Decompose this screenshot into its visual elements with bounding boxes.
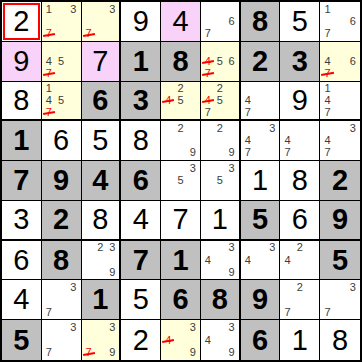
pencil-slot-empty	[254, 147, 266, 159]
pencil-slot-empty	[226, 83, 238, 95]
cell-r5c6[interactable]: 35	[201, 161, 241, 201]
pencil-slot-empty	[214, 266, 226, 278]
given-digit: 1	[82, 280, 120, 319]
pencil-mark-5: 5	[55, 94, 67, 106]
pencil-slot-empty	[254, 94, 266, 106]
pencil-slot-empty	[214, 334, 226, 347]
pencil-slot-empty	[67, 43, 79, 55]
pencil-mark-7: 7	[321, 106, 334, 118]
pencil-slot-empty	[187, 135, 199, 147]
pencil-mark-4: 4	[202, 254, 214, 266]
pencil-slot-empty	[294, 294, 306, 306]
cell-r1c8[interactable]: 5	[280, 2, 320, 42]
cell-r8c8[interactable]: 27	[280, 280, 320, 320]
pencil-slot-empty	[174, 147, 186, 159]
cell-r8c3[interactable]: 1	[82, 280, 122, 320]
pencil-slot-empty	[55, 15, 67, 27]
pencil-mark-3: 3	[67, 3, 79, 15]
pencil-slot-empty	[214, 43, 226, 55]
pencil-mark-3: 3	[187, 321, 199, 334]
pencil-marks: 37	[321, 281, 359, 318]
cell-r2c9[interactable]: 467	[320, 42, 360, 82]
solved-digit: 8	[280, 161, 319, 200]
pencil-slot-empty	[55, 28, 67, 40]
cell-r4c8[interactable]: 47	[280, 121, 320, 161]
cell-r3c7[interactable]: 47	[241, 82, 281, 122]
pencil-slot-empty	[214, 187, 226, 199]
pencil-slot-empty	[106, 334, 118, 347]
pencil-mark-5: 5	[174, 174, 186, 186]
pencil-marks: 67	[202, 3, 238, 40]
cell-r1c2[interactable]: 137	[42, 2, 82, 42]
solved-digit: 5	[82, 121, 120, 160]
solved-digit: 1	[241, 161, 280, 200]
solved-digit: 5	[280, 2, 319, 41]
pencil-slot-empty	[187, 106, 199, 118]
pencil-slot-empty	[306, 135, 318, 147]
pencil-slot-empty	[94, 266, 106, 278]
pencil-slot-empty	[67, 294, 79, 306]
pencil-slot-empty	[83, 242, 95, 254]
pencil-marks: 29	[162, 122, 199, 159]
cell-r4c5[interactable]: 29	[161, 121, 201, 161]
pencil-mark-9: 9	[187, 147, 199, 159]
pencil-slot-empty	[67, 334, 79, 347]
cell-r9c3[interactable]: 379	[82, 320, 122, 360]
pencil-slot-empty	[106, 15, 118, 27]
pencil-mark-2: 2	[174, 122, 186, 134]
cell-r1c7[interactable]: 8	[241, 2, 281, 42]
pencil-marks: 35	[162, 162, 199, 199]
pencil-slot-empty	[162, 106, 174, 118]
cell-r3c5[interactable]: 245	[161, 82, 201, 122]
pencil-slot-empty	[187, 174, 199, 186]
pencil-mark-4: 4	[321, 135, 334, 147]
pencil-slot-empty	[174, 135, 186, 147]
cell-r8c9[interactable]: 37	[320, 280, 360, 320]
pencil-slot-empty	[202, 147, 214, 159]
cell-r2c7[interactable]: 2	[241, 42, 281, 82]
pencil-slot-empty	[202, 266, 214, 278]
given-digit: 5	[2, 320, 41, 360]
cell-r1c3[interactable]: 37	[82, 2, 122, 42]
pencil-slot-empty	[306, 281, 318, 293]
pencil-mark-4: 4	[242, 94, 254, 106]
pencil-slot-empty	[106, 28, 118, 40]
cell-r9c7[interactable]: 6	[241, 320, 281, 360]
cell-r5c7[interactable]: 1	[241, 161, 281, 201]
pencil-marks: 467	[321, 43, 359, 80]
pencil-slot-empty	[321, 281, 334, 293]
pencil-slot-empty	[67, 67, 79, 79]
pencil-mark-3: 3	[346, 281, 359, 293]
pencil-mark-3: 3	[106, 321, 118, 334]
eliminated-pencil-mark-4: 4	[162, 94, 174, 106]
pencil-mark-3: 3	[346, 122, 359, 134]
pencil-slot-empty	[83, 266, 95, 278]
pencil-mark-3: 3	[266, 242, 278, 254]
pencil-mark-3: 3	[266, 122, 278, 134]
given-digit: 2	[241, 42, 280, 81]
pencil-slot-empty	[214, 147, 226, 159]
pencil-slot-empty	[306, 266, 318, 278]
pencil-slot-empty	[202, 15, 214, 27]
pencil-slot-empty	[346, 83, 359, 95]
pencil-slot-empty	[174, 187, 186, 199]
pencil-slot-empty	[294, 306, 306, 318]
solved-digit: 4	[2, 280, 41, 319]
pencil-slot-empty	[334, 3, 347, 15]
eliminated-pencil-mark-4: 4	[162, 334, 174, 347]
pencil-slot-empty	[346, 294, 359, 306]
pencil-slot-empty	[67, 28, 79, 40]
given-digit: 9	[42, 161, 81, 200]
pencil-marks: 245	[162, 83, 199, 119]
pencil-slot-empty	[306, 306, 318, 318]
cell-r7c9[interactable]: 5	[320, 241, 360, 281]
pencil-slot-empty	[346, 106, 359, 118]
pencil-mark-2: 2	[174, 83, 186, 95]
pencil-slot-empty	[174, 346, 186, 359]
cell-r7c5[interactable]: 1	[161, 241, 201, 281]
pencil-slot-empty	[94, 15, 106, 27]
pencil-slot-empty	[67, 346, 79, 359]
cell-r6c9[interactable]: 9	[320, 201, 360, 241]
given-digit: 5	[320, 241, 360, 280]
pencil-slot-empty	[202, 135, 214, 147]
cell-r8c4[interactable]: 5	[121, 280, 161, 320]
pencil-marks: 27	[281, 281, 318, 318]
pencil-slot-empty	[306, 122, 318, 134]
pencil-slot-empty	[242, 122, 254, 134]
pencil-slot-empty	[254, 135, 266, 147]
cell-r5c1[interactable]: 7	[2, 161, 42, 201]
cell-r2c1[interactable]: 9	[2, 42, 42, 82]
cell-r3c2[interactable]: 1457	[42, 82, 82, 122]
cell-r4c7[interactable]: 347	[241, 121, 281, 161]
cell-r3c9[interactable]: 147	[320, 82, 360, 122]
pencil-slot-empty	[67, 106, 79, 118]
pencil-slot-empty	[226, 28, 238, 40]
cell-r7c7[interactable]: 34	[241, 241, 281, 281]
pencil-mark-5: 5	[55, 55, 67, 67]
pencil-mark-4: 4	[202, 334, 214, 347]
pencil-slot-empty	[55, 281, 67, 293]
pencil-marks: 47	[281, 122, 318, 159]
cell-r5c4[interactable]: 6	[121, 161, 161, 201]
given-digit: 6	[121, 161, 160, 200]
pencil-slot-empty	[202, 43, 214, 55]
given-digit: 7	[121, 241, 160, 280]
cell-r7c3[interactable]: 239	[82, 241, 122, 281]
solved-digit: 9	[121, 2, 160, 41]
cell-r9c4[interactable]: 2	[121, 320, 161, 360]
pencil-marks: 47	[242, 83, 279, 119]
eliminated-pencil-mark-7: 7	[43, 67, 55, 79]
cell-r3c1[interactable]: 8	[2, 82, 42, 122]
pencil-slot-empty	[334, 28, 347, 40]
eliminated-pencil-mark-7: 7	[202, 67, 214, 79]
cell-r3c8[interactable]: 9	[280, 82, 320, 122]
pencil-marks: 457	[43, 43, 80, 80]
pencil-mark-9: 9	[226, 266, 238, 278]
pencil-marks: 239	[83, 242, 119, 279]
eliminated-pencil-mark-4: 4	[202, 55, 214, 67]
pencil-slot-empty	[202, 122, 214, 134]
pencil-slot-empty	[334, 67, 347, 79]
eliminated-pencil-mark-7: 7	[83, 28, 95, 40]
pencil-mark-7: 7	[321, 306, 334, 318]
pencil-mark-7: 7	[281, 147, 293, 159]
pencil-slot-empty	[334, 294, 347, 306]
cell-r8c1[interactable]: 4	[2, 280, 42, 320]
pencil-slot-empty	[321, 43, 334, 55]
pencil-slot-empty	[254, 83, 266, 95]
pencil-slot-empty	[226, 43, 238, 55]
cell-r4c6[interactable]: 29	[201, 121, 241, 161]
pencil-mark-3: 3	[226, 242, 238, 254]
pencil-slot-empty	[43, 281, 55, 293]
cell-r7c4[interactable]: 7	[121, 241, 161, 281]
pencil-marks: 34	[242, 242, 279, 279]
pencil-slot-empty	[226, 254, 238, 266]
eliminated-pencil-mark-4: 4	[202, 94, 214, 106]
pencil-mark-5: 5	[214, 174, 226, 186]
cell-r9c9[interactable]: 8	[320, 320, 360, 360]
solved-digit: 8	[121, 121, 160, 160]
pencil-slot-empty	[174, 334, 186, 347]
cell-r7c6[interactable]: 349	[201, 241, 241, 281]
pencil-slot-empty	[174, 321, 186, 334]
pencil-slot-empty	[43, 334, 55, 347]
cell-r5c8[interactable]: 8	[280, 161, 320, 201]
cell-r5c2[interactable]: 9	[42, 161, 82, 201]
pencil-slot-empty	[346, 3, 359, 15]
pencil-slot-empty	[187, 334, 199, 347]
cell-r1c9[interactable]: 167	[320, 2, 360, 42]
cell-r6c4[interactable]: 4	[121, 201, 161, 241]
pencil-mark-1: 1	[43, 3, 55, 15]
pencil-slot-empty	[294, 147, 306, 159]
cell-r4c9[interactable]: 347	[320, 121, 360, 161]
given-digit: 6	[82, 82, 120, 120]
pencil-marks: 167	[321, 3, 359, 40]
pencil-slot-empty	[226, 122, 238, 134]
cell-r3c4[interactable]: 3	[121, 82, 161, 122]
eliminated-pencil-mark-7: 7	[83, 346, 95, 359]
pencil-mark-9: 9	[106, 266, 118, 278]
cell-r6c1[interactable]: 3	[2, 201, 42, 241]
cell-r4c4[interactable]: 8	[121, 121, 161, 161]
cell-r1c5[interactable]: 4	[161, 2, 201, 42]
cell-r6c7[interactable]: 5	[241, 201, 281, 241]
given-digit: 9	[320, 201, 360, 239]
cell-r1c4[interactable]: 9	[121, 2, 161, 42]
pencil-slot-empty	[67, 83, 79, 95]
cell-r1c1[interactable]: 2	[2, 2, 42, 42]
pencil-slot-empty	[214, 162, 226, 174]
pencil-mark-4: 4	[242, 254, 254, 266]
pencil-slot-empty	[254, 266, 266, 278]
pencil-mark-2: 2	[214, 83, 226, 95]
cell-r5c5[interactable]: 35	[161, 161, 201, 201]
cell-r2c8[interactable]: 3	[280, 42, 320, 82]
pencil-slot-empty	[55, 83, 67, 95]
pencil-slot-empty	[266, 135, 278, 147]
pencil-mark-7: 7	[242, 106, 254, 118]
pencil-slot-empty	[94, 28, 106, 40]
pencil-marks: 29	[202, 122, 238, 159]
pencil-slot-empty	[202, 3, 214, 15]
pencil-mark-3: 3	[106, 242, 118, 254]
pencil-slot-empty	[294, 254, 306, 266]
pencil-slot-empty	[214, 242, 226, 254]
cell-r2c6[interactable]: 4567	[201, 42, 241, 82]
pencil-slot-empty	[226, 174, 238, 186]
pencil-mark-3: 3	[187, 162, 199, 174]
pencil-marks: 35	[202, 162, 238, 199]
pencil-slot-empty	[334, 147, 347, 159]
cell-r4c1[interactable]: 1	[2, 121, 42, 161]
pencil-slot-empty	[162, 187, 174, 199]
pencil-slot-empty	[55, 346, 67, 359]
given-digit: 4	[82, 161, 120, 200]
cell-r3c6[interactable]: 2457	[201, 82, 241, 122]
cell-r7c1[interactable]: 6	[2, 241, 42, 281]
pencil-mark-2: 2	[294, 281, 306, 293]
cell-r7c2[interactable]: 8	[42, 241, 82, 281]
pencil-slot-empty	[94, 334, 106, 347]
cell-r2c4[interactable]: 1	[121, 42, 161, 82]
pencil-mark-7: 7	[202, 28, 214, 40]
pencil-mark-7: 7	[242, 147, 254, 159]
pencil-marks: 349	[202, 242, 238, 279]
pencil-slot-empty	[266, 106, 278, 118]
cell-r4c3[interactable]: 5	[82, 121, 122, 161]
pencil-slot-empty	[67, 55, 79, 67]
pencil-slot-empty	[346, 306, 359, 318]
cell-r5c9[interactable]: 2	[320, 161, 360, 201]
pencil-marks: 349	[162, 321, 199, 359]
cell-r8c5[interactable]: 6	[161, 280, 201, 320]
pencil-mark-6: 6	[346, 15, 359, 27]
cell-r8c2[interactable]: 37	[42, 280, 82, 320]
pencil-slot-empty	[334, 135, 347, 147]
pencil-slot-empty	[294, 135, 306, 147]
pencil-slot-empty	[334, 306, 347, 318]
given-digit: 1	[121, 42, 160, 81]
pencil-slot-empty	[174, 162, 186, 174]
solved-digit: 8	[320, 320, 360, 360]
pencil-marks: 4567	[202, 43, 238, 80]
pencil-slot-empty	[187, 94, 199, 106]
pencil-slot-empty	[266, 266, 278, 278]
cell-r9c5[interactable]: 349	[161, 320, 201, 360]
pencil-slot-empty	[226, 67, 238, 79]
cell-r9c1[interactable]: 5	[2, 320, 42, 360]
solved-digit: 9	[280, 82, 319, 120]
cell-r2c3[interactable]: 7	[82, 42, 122, 82]
pencil-mark-9: 9	[187, 346, 199, 359]
pencil-mark-1: 1	[321, 3, 334, 15]
cell-r5c3[interactable]: 4	[82, 161, 122, 201]
pencil-slot-empty	[67, 94, 79, 106]
pencil-mark-3: 3	[67, 321, 79, 334]
cell-r9c8[interactable]: 1	[280, 320, 320, 360]
cell-r6c2[interactable]: 2	[42, 201, 82, 241]
cell-r2c5[interactable]: 8	[161, 42, 201, 82]
pencil-slot-empty	[43, 43, 55, 55]
cell-r2c2[interactable]: 457	[42, 42, 82, 82]
pencil-slot-empty	[321, 15, 334, 27]
pencil-slot-empty	[174, 106, 186, 118]
pencil-slot-empty	[202, 162, 214, 174]
pencil-slot-empty	[306, 242, 318, 254]
given-digit: 3	[121, 82, 160, 120]
pencil-marks: 24	[281, 242, 318, 279]
cell-r4c2[interactable]: 6	[42, 121, 82, 161]
cell-r6c8[interactable]: 6	[280, 201, 320, 241]
pencil-slot-empty	[214, 346, 226, 359]
cell-r3c3[interactable]: 6	[82, 82, 122, 122]
pencil-slot-empty	[202, 174, 214, 186]
cell-r6c5[interactable]: 7	[161, 201, 201, 241]
pencil-slot-empty	[214, 254, 226, 266]
pencil-slot-empty	[306, 147, 318, 159]
pencil-slot-empty	[55, 43, 67, 55]
pencil-marks: 347	[242, 122, 279, 159]
pencil-mark-2: 2	[94, 242, 106, 254]
pencil-slot-empty	[242, 266, 254, 278]
pencil-marks: 347	[321, 122, 359, 159]
pencil-slot-empty	[43, 294, 55, 306]
pencil-slot-empty	[294, 122, 306, 134]
cell-r7c8[interactable]: 24	[280, 241, 320, 281]
pencil-mark-7: 7	[321, 147, 334, 159]
pencil-slot-empty	[266, 254, 278, 266]
pencil-slot-empty	[346, 67, 359, 79]
pencil-marks: 1457	[43, 83, 80, 119]
pencil-slot-empty	[55, 321, 67, 334]
pencil-marks: 37	[83, 3, 119, 40]
pencil-slot-empty	[254, 122, 266, 134]
pencil-slot-empty	[346, 135, 359, 147]
cell-r8c7[interactable]: 9	[241, 280, 281, 320]
cell-r6c6[interactable]: 1	[201, 201, 241, 241]
cell-r9c6[interactable]: 349	[201, 320, 241, 360]
pencil-slot-empty	[346, 147, 359, 159]
cell-r6c3[interactable]: 8	[82, 201, 122, 241]
pencil-slot-empty	[334, 83, 347, 95]
cell-r9c2[interactable]: 37	[42, 320, 82, 360]
given-digit: 2	[320, 161, 360, 200]
pencil-marks: 137	[43, 3, 80, 40]
cell-r1c6[interactable]: 67	[201, 2, 241, 42]
pencil-slot-empty	[162, 122, 174, 134]
pencil-mark-6: 6	[346, 55, 359, 67]
pencil-mark-4: 4	[281, 135, 293, 147]
pencil-slot-empty	[162, 321, 174, 334]
solved-digit: 6	[280, 201, 319, 239]
pencil-mark-5: 5	[214, 55, 226, 67]
pencil-slot-empty	[162, 83, 174, 95]
cell-r8c6[interactable]: 8	[201, 280, 241, 320]
pencil-slot-empty	[254, 254, 266, 266]
given-digit: 1	[161, 241, 200, 280]
eliminated-pencil-mark-7: 7	[43, 28, 55, 40]
sudoku-board: 2137379467851679457718456723467814576324…	[0, 0, 362, 362]
pencil-slot-empty	[187, 122, 199, 134]
